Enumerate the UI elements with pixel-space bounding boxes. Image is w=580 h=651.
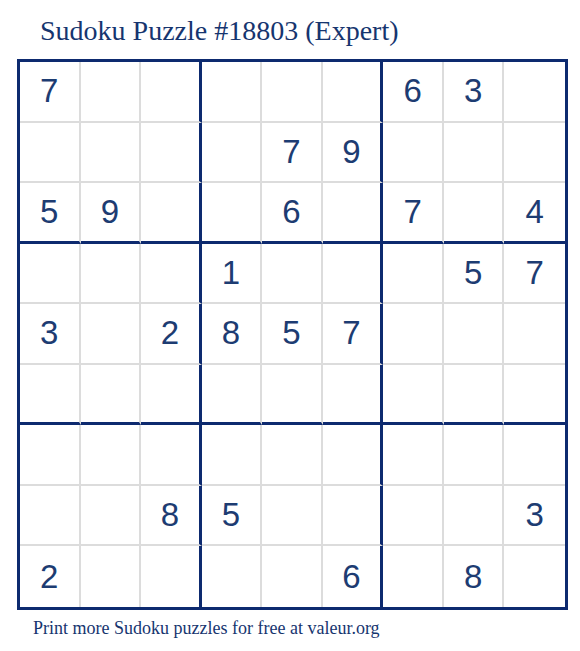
cell-r2c4-empty[interactable] bbox=[202, 123, 263, 184]
cell-r3c7-given-7: 7 bbox=[383, 183, 444, 244]
cell-r6c9-empty[interactable] bbox=[504, 365, 565, 426]
cell-r4c4-given-1: 1 bbox=[202, 244, 263, 305]
cell-r3c9-given-4: 4 bbox=[504, 183, 565, 244]
cell-r4c2-empty[interactable] bbox=[81, 244, 142, 305]
cell-r2c9-empty[interactable] bbox=[504, 123, 565, 184]
cell-r9c8-given-8: 8 bbox=[444, 546, 505, 607]
footer-text: Print more Sudoku puzzles for free at va… bbox=[33, 616, 380, 640]
cell-r6c3-empty[interactable] bbox=[141, 365, 202, 426]
cell-r1c8-given-3: 3 bbox=[444, 62, 505, 123]
cell-r1c7-given-6: 6 bbox=[383, 62, 444, 123]
cell-r7c2-empty[interactable] bbox=[81, 425, 142, 486]
cell-r1c5-empty[interactable] bbox=[262, 62, 323, 123]
cell-r9c3-empty[interactable] bbox=[141, 546, 202, 607]
cell-r5c6-given-7: 7 bbox=[323, 304, 384, 365]
cell-r5c9-empty[interactable] bbox=[504, 304, 565, 365]
cell-r5c3-given-2: 2 bbox=[141, 304, 202, 365]
cell-r8c6-empty[interactable] bbox=[323, 486, 384, 547]
cell-r4c9-given-7: 7 bbox=[504, 244, 565, 305]
cell-r7c3-empty[interactable] bbox=[141, 425, 202, 486]
cell-r8c1-empty[interactable] bbox=[20, 486, 81, 547]
cell-r2c5-given-7: 7 bbox=[262, 123, 323, 184]
cell-r5c5-given-5: 5 bbox=[262, 304, 323, 365]
cell-r2c2-empty[interactable] bbox=[81, 123, 142, 184]
cell-r6c1-empty[interactable] bbox=[20, 365, 81, 426]
cell-r4c8-given-5: 5 bbox=[444, 244, 505, 305]
cell-r3c1-given-5: 5 bbox=[20, 183, 81, 244]
cell-r7c1-empty[interactable] bbox=[20, 425, 81, 486]
cell-r5c4-given-8: 8 bbox=[202, 304, 263, 365]
cell-r3c8-empty[interactable] bbox=[444, 183, 505, 244]
cell-r4c5-empty[interactable] bbox=[262, 244, 323, 305]
cell-r7c4-empty[interactable] bbox=[202, 425, 263, 486]
cell-r5c1-given-3: 3 bbox=[20, 304, 81, 365]
cell-r2c3-empty[interactable] bbox=[141, 123, 202, 184]
page-title: Sudoku Puzzle #18803 (Expert) bbox=[40, 14, 399, 48]
cell-r7c6-empty[interactable] bbox=[323, 425, 384, 486]
cell-r3c6-empty[interactable] bbox=[323, 183, 384, 244]
cell-r2c6-given-9: 9 bbox=[323, 123, 384, 184]
cell-r7c5-empty[interactable] bbox=[262, 425, 323, 486]
cell-r1c1-given-7: 7 bbox=[20, 62, 81, 123]
cell-r4c3-empty[interactable] bbox=[141, 244, 202, 305]
sudoku-grid: 763795967415732857853268 bbox=[17, 59, 568, 610]
cell-r9c7-empty[interactable] bbox=[383, 546, 444, 607]
cell-r8c5-empty[interactable] bbox=[262, 486, 323, 547]
cell-r7c9-empty[interactable] bbox=[504, 425, 565, 486]
cell-r9c5-empty[interactable] bbox=[262, 546, 323, 607]
cell-r2c8-empty[interactable] bbox=[444, 123, 505, 184]
cell-r8c2-empty[interactable] bbox=[81, 486, 142, 547]
cell-r9c1-given-2: 2 bbox=[20, 546, 81, 607]
cell-r6c5-empty[interactable] bbox=[262, 365, 323, 426]
cell-r8c3-given-8: 8 bbox=[141, 486, 202, 547]
sudoku-page: Sudoku Puzzle #18803 (Expert) 7637959674… bbox=[0, 0, 580, 651]
cell-r8c7-empty[interactable] bbox=[383, 486, 444, 547]
cell-r1c6-empty[interactable] bbox=[323, 62, 384, 123]
cell-r2c7-empty[interactable] bbox=[383, 123, 444, 184]
cell-r1c4-empty[interactable] bbox=[202, 62, 263, 123]
cell-r1c3-empty[interactable] bbox=[141, 62, 202, 123]
cell-r9c6-given-6: 6 bbox=[323, 546, 384, 607]
cell-r3c3-empty[interactable] bbox=[141, 183, 202, 244]
cell-r2c1-empty[interactable] bbox=[20, 123, 81, 184]
cell-r5c2-empty[interactable] bbox=[81, 304, 142, 365]
cell-r6c6-empty[interactable] bbox=[323, 365, 384, 426]
cell-r6c8-empty[interactable] bbox=[444, 365, 505, 426]
cell-r6c7-empty[interactable] bbox=[383, 365, 444, 426]
cell-r5c8-empty[interactable] bbox=[444, 304, 505, 365]
cell-r9c9-empty[interactable] bbox=[504, 546, 565, 607]
cell-r7c8-empty[interactable] bbox=[444, 425, 505, 486]
cell-r8c4-given-5: 5 bbox=[202, 486, 263, 547]
cell-r3c4-empty[interactable] bbox=[202, 183, 263, 244]
cell-r5c7-empty[interactable] bbox=[383, 304, 444, 365]
cell-r9c2-empty[interactable] bbox=[81, 546, 142, 607]
cell-r8c8-empty[interactable] bbox=[444, 486, 505, 547]
cell-r1c2-empty[interactable] bbox=[81, 62, 142, 123]
cell-r6c2-empty[interactable] bbox=[81, 365, 142, 426]
cell-r1c9-empty[interactable] bbox=[504, 62, 565, 123]
cell-r3c5-given-6: 6 bbox=[262, 183, 323, 244]
cell-r9c4-empty[interactable] bbox=[202, 546, 263, 607]
cell-r4c6-empty[interactable] bbox=[323, 244, 384, 305]
cell-r3c2-given-9: 9 bbox=[81, 183, 142, 244]
cell-r7c7-empty[interactable] bbox=[383, 425, 444, 486]
cell-r4c1-empty[interactable] bbox=[20, 244, 81, 305]
cell-r4c7-empty[interactable] bbox=[383, 244, 444, 305]
cell-r8c9-given-3: 3 bbox=[504, 486, 565, 547]
cell-r6c4-empty[interactable] bbox=[202, 365, 263, 426]
